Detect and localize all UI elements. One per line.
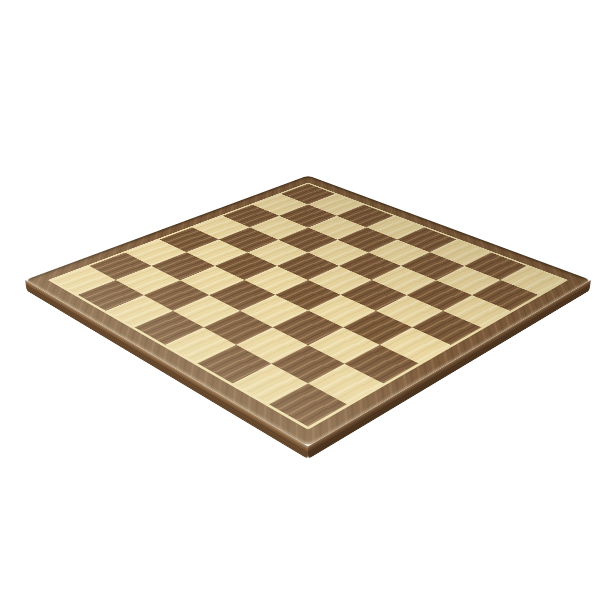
square-r2c6-dark: [407, 280, 473, 311]
square-r6c4-dark: [204, 311, 273, 345]
square-r7c4-light: [165, 327, 236, 363]
square-r5c4-light: [241, 295, 308, 327]
square-r6c6-dark: [271, 345, 345, 383]
chess-board: [25, 176, 591, 447]
square-r5c7-dark: [345, 345, 419, 383]
square-r4c6-dark: [343, 311, 412, 345]
square-r4c7-light: [379, 327, 450, 363]
square-r4c4-dark: [275, 280, 341, 311]
square-r3c5-dark: [341, 280, 407, 311]
square-r7c1-dark: [78, 280, 144, 311]
square-r7c5-dark: [198, 345, 272, 383]
square-r2c7-light: [443, 295, 510, 327]
chess-board-scene: [108, 80, 508, 480]
square-r5c3-dark: [209, 280, 275, 311]
square-r7c7-dark: [269, 383, 347, 426]
product-photo-background: [0, 0, 600, 600]
playing-field: [52, 184, 564, 427]
square-r3c6-light: [375, 295, 442, 327]
square-r5c6-light: [308, 327, 379, 363]
square-r4c5-light: [308, 295, 375, 327]
square-r6c7-light: [308, 363, 384, 404]
square-r7c2-light: [106, 295, 173, 327]
square-r6c2-dark: [144, 280, 210, 311]
square-r6c5-light: [237, 327, 308, 363]
board-top-face: [25, 176, 591, 447]
square-r7c3-dark: [135, 311, 204, 345]
square-r1c7-dark: [472, 280, 538, 311]
maple-inlay-line: [48, 182, 568, 429]
square-r6c3-light: [173, 295, 240, 327]
square-r7c6-light: [232, 363, 308, 404]
square-r5c5-dark: [273, 311, 342, 345]
square-r3c7-dark: [412, 311, 481, 345]
